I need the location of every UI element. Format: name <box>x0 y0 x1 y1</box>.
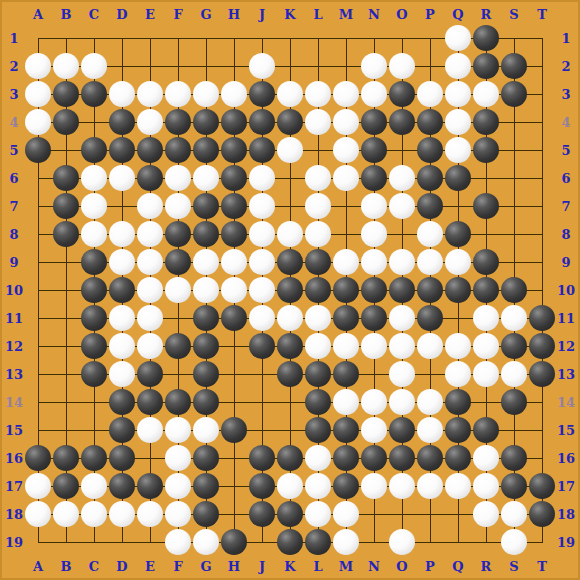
white-stone-C2[interactable] <box>81 53 107 79</box>
empty-point-T10[interactable] <box>529 277 555 303</box>
white-stone-O7[interactable] <box>389 193 415 219</box>
black-stone-C16[interactable] <box>81 445 107 471</box>
white-stone-R16[interactable] <box>473 445 499 471</box>
white-stone-M9[interactable] <box>333 249 359 275</box>
empty-point-R8[interactable] <box>473 221 499 247</box>
empty-point-M2[interactable] <box>333 53 359 79</box>
black-stone-K10[interactable] <box>277 277 303 303</box>
black-stone-K13[interactable] <box>277 361 303 387</box>
black-stone-E17[interactable] <box>137 473 163 499</box>
white-stone-F7[interactable] <box>165 193 191 219</box>
empty-point-A9[interactable] <box>25 249 51 275</box>
empty-point-C15[interactable] <box>81 417 107 443</box>
white-stone-N2[interactable] <box>361 53 387 79</box>
white-stone-Q2[interactable] <box>445 53 471 79</box>
black-stone-C11[interactable] <box>81 305 107 331</box>
white-stone-N8[interactable] <box>361 221 387 247</box>
white-stone-R18[interactable] <box>473 501 499 527</box>
white-stone-O6[interactable] <box>389 165 415 191</box>
empty-point-A12[interactable] <box>25 333 51 359</box>
white-stone-Q9[interactable] <box>445 249 471 275</box>
black-stone-D4[interactable] <box>109 109 135 135</box>
black-stone-H8[interactable] <box>221 221 247 247</box>
black-stone-C10[interactable] <box>81 277 107 303</box>
white-stone-D11[interactable] <box>109 305 135 331</box>
empty-point-B14[interactable] <box>53 389 79 415</box>
black-stone-P10[interactable] <box>417 277 443 303</box>
black-stone-L19[interactable] <box>305 529 331 555</box>
empty-point-H17[interactable] <box>221 473 247 499</box>
black-stone-N5[interactable] <box>361 137 387 163</box>
black-stone-D5[interactable] <box>109 137 135 163</box>
black-stone-L10[interactable] <box>305 277 331 303</box>
white-stone-P14[interactable] <box>417 389 443 415</box>
white-stone-J10[interactable] <box>249 277 275 303</box>
empty-point-O5[interactable] <box>389 137 415 163</box>
empty-point-E2[interactable] <box>137 53 163 79</box>
white-stone-E10[interactable] <box>137 277 163 303</box>
black-stone-P5[interactable] <box>417 137 443 163</box>
empty-point-C4[interactable] <box>81 109 107 135</box>
empty-point-L2[interactable] <box>305 53 331 79</box>
black-stone-K18[interactable] <box>277 501 303 527</box>
white-stone-E18[interactable] <box>137 501 163 527</box>
empty-point-G1[interactable] <box>193 25 219 51</box>
black-stone-H7[interactable] <box>221 193 247 219</box>
black-stone-O4[interactable] <box>389 109 415 135</box>
white-stone-J6[interactable] <box>249 165 275 191</box>
white-stone-P3[interactable] <box>417 81 443 107</box>
white-stone-F15[interactable] <box>165 417 191 443</box>
empty-point-B13[interactable] <box>53 361 79 387</box>
black-stone-N11[interactable] <box>361 305 387 331</box>
white-stone-S13[interactable] <box>501 361 527 387</box>
empty-point-S5[interactable] <box>501 137 527 163</box>
black-stone-S17[interactable] <box>501 473 527 499</box>
white-stone-C17[interactable] <box>81 473 107 499</box>
black-stone-J17[interactable] <box>249 473 275 499</box>
empty-point-A11[interactable] <box>25 305 51 331</box>
black-stone-E6[interactable] <box>137 165 163 191</box>
black-stone-G17[interactable] <box>193 473 219 499</box>
empty-point-K7[interactable] <box>277 193 303 219</box>
empty-point-M8[interactable] <box>333 221 359 247</box>
black-stone-H5[interactable] <box>221 137 247 163</box>
white-stone-K17[interactable] <box>277 473 303 499</box>
empty-point-C1[interactable] <box>81 25 107 51</box>
white-stone-A18[interactable] <box>25 501 51 527</box>
empty-point-T14[interactable] <box>529 389 555 415</box>
white-stone-S18[interactable] <box>501 501 527 527</box>
empty-point-R19[interactable] <box>473 529 499 555</box>
black-stone-N6[interactable] <box>361 165 387 191</box>
black-stone-D10[interactable] <box>109 277 135 303</box>
black-stone-H4[interactable] <box>221 109 247 135</box>
white-stone-F19[interactable] <box>165 529 191 555</box>
empty-point-D7[interactable] <box>109 193 135 219</box>
empty-point-S4[interactable] <box>501 109 527 135</box>
empty-point-O18[interactable] <box>389 501 415 527</box>
empty-point-Q11[interactable] <box>445 305 471 331</box>
black-stone-C5[interactable] <box>81 137 107 163</box>
white-stone-C8[interactable] <box>81 221 107 247</box>
black-stone-L15[interactable] <box>305 417 331 443</box>
black-stone-H15[interactable] <box>221 417 247 443</box>
black-stone-J3[interactable] <box>249 81 275 107</box>
empty-point-B10[interactable] <box>53 277 79 303</box>
black-stone-H6[interactable] <box>221 165 247 191</box>
black-stone-L9[interactable] <box>305 249 331 275</box>
empty-point-E16[interactable] <box>137 445 163 471</box>
empty-point-H18[interactable] <box>221 501 247 527</box>
white-stone-L4[interactable] <box>305 109 331 135</box>
empty-point-R14[interactable] <box>473 389 499 415</box>
empty-point-A10[interactable] <box>25 277 51 303</box>
white-stone-F10[interactable] <box>165 277 191 303</box>
white-stone-S11[interactable] <box>501 305 527 331</box>
black-stone-G11[interactable] <box>193 305 219 331</box>
empty-point-A1[interactable] <box>25 25 51 51</box>
white-stone-O9[interactable] <box>389 249 415 275</box>
empty-point-C19[interactable] <box>81 529 107 555</box>
black-stone-B7[interactable] <box>53 193 79 219</box>
white-stone-H3[interactable] <box>221 81 247 107</box>
black-stone-N4[interactable] <box>361 109 387 135</box>
black-stone-F12[interactable] <box>165 333 191 359</box>
white-stone-Q17[interactable] <box>445 473 471 499</box>
empty-point-T1[interactable] <box>529 25 555 51</box>
black-stone-M13[interactable] <box>333 361 359 387</box>
empty-point-A19[interactable] <box>25 529 51 555</box>
black-stone-G16[interactable] <box>193 445 219 471</box>
white-stone-S19[interactable] <box>501 529 527 555</box>
empty-point-T19[interactable] <box>529 529 555 555</box>
white-stone-D13[interactable] <box>109 361 135 387</box>
white-stone-L7[interactable] <box>305 193 331 219</box>
empty-point-T4[interactable] <box>529 109 555 135</box>
empty-point-N18[interactable] <box>361 501 387 527</box>
white-stone-Q13[interactable] <box>445 361 471 387</box>
black-stone-D17[interactable] <box>109 473 135 499</box>
white-stone-M19[interactable] <box>333 529 359 555</box>
black-stone-M16[interactable] <box>333 445 359 471</box>
white-stone-A17[interactable] <box>25 473 51 499</box>
black-stone-J12[interactable] <box>249 333 275 359</box>
white-stone-L11[interactable] <box>305 305 331 331</box>
white-stone-L8[interactable] <box>305 221 331 247</box>
white-stone-R13[interactable] <box>473 361 499 387</box>
empty-point-D2[interactable] <box>109 53 135 79</box>
black-stone-T13[interactable] <box>529 361 555 387</box>
white-stone-Q3[interactable] <box>445 81 471 107</box>
empty-point-S1[interactable] <box>501 25 527 51</box>
white-stone-G10[interactable] <box>193 277 219 303</box>
empty-point-N19[interactable] <box>361 529 387 555</box>
black-stone-M15[interactable] <box>333 417 359 443</box>
black-stone-D15[interactable] <box>109 417 135 443</box>
empty-point-O1[interactable] <box>389 25 415 51</box>
white-stone-D18[interactable] <box>109 501 135 527</box>
black-stone-R4[interactable] <box>473 109 499 135</box>
black-stone-K9[interactable] <box>277 249 303 275</box>
empty-point-T6[interactable] <box>529 165 555 191</box>
white-stone-O13[interactable] <box>389 361 415 387</box>
black-stone-R5[interactable] <box>473 137 499 163</box>
empty-point-J15[interactable] <box>249 417 275 443</box>
white-stone-O11[interactable] <box>389 305 415 331</box>
black-stone-L14[interactable] <box>305 389 331 415</box>
empty-point-M7[interactable] <box>333 193 359 219</box>
white-stone-G9[interactable] <box>193 249 219 275</box>
black-stone-G5[interactable] <box>193 137 219 163</box>
white-stone-C6[interactable] <box>81 165 107 191</box>
empty-point-P13[interactable] <box>417 361 443 387</box>
empty-point-K15[interactable] <box>277 417 303 443</box>
black-stone-B16[interactable] <box>53 445 79 471</box>
empty-point-N13[interactable] <box>361 361 387 387</box>
empty-point-P1[interactable] <box>417 25 443 51</box>
white-stone-M12[interactable] <box>333 333 359 359</box>
black-stone-R10[interactable] <box>473 277 499 303</box>
white-stone-E3[interactable] <box>137 81 163 107</box>
black-stone-G8[interactable] <box>193 221 219 247</box>
white-stone-E15[interactable] <box>137 417 163 443</box>
white-stone-Q5[interactable] <box>445 137 471 163</box>
empty-point-P2[interactable] <box>417 53 443 79</box>
empty-point-A13[interactable] <box>25 361 51 387</box>
white-stone-E7[interactable] <box>137 193 163 219</box>
white-stone-P12[interactable] <box>417 333 443 359</box>
black-stone-E5[interactable] <box>137 137 163 163</box>
black-stone-P16[interactable] <box>417 445 443 471</box>
empty-point-O8[interactable] <box>389 221 415 247</box>
empty-point-L5[interactable] <box>305 137 331 163</box>
white-stone-A4[interactable] <box>25 109 51 135</box>
empty-point-J13[interactable] <box>249 361 275 387</box>
black-stone-Q14[interactable] <box>445 389 471 415</box>
white-stone-R12[interactable] <box>473 333 499 359</box>
black-stone-O10[interactable] <box>389 277 415 303</box>
empty-point-K14[interactable] <box>277 389 303 415</box>
black-stone-H19[interactable] <box>221 529 247 555</box>
empty-point-F2[interactable] <box>165 53 191 79</box>
white-stone-B2[interactable] <box>53 53 79 79</box>
empty-point-H2[interactable] <box>221 53 247 79</box>
empty-point-K2[interactable] <box>277 53 303 79</box>
black-stone-B8[interactable] <box>53 221 79 247</box>
white-stone-K5[interactable] <box>277 137 303 163</box>
empty-point-K1[interactable] <box>277 25 303 51</box>
black-stone-C13[interactable] <box>81 361 107 387</box>
black-stone-J4[interactable] <box>249 109 275 135</box>
empty-point-Q19[interactable] <box>445 529 471 555</box>
black-stone-J16[interactable] <box>249 445 275 471</box>
black-stone-J5[interactable] <box>249 137 275 163</box>
white-stone-R3[interactable] <box>473 81 499 107</box>
black-stone-B4[interactable] <box>53 109 79 135</box>
white-stone-N14[interactable] <box>361 389 387 415</box>
black-stone-P4[interactable] <box>417 109 443 135</box>
empty-point-A6[interactable] <box>25 165 51 191</box>
white-stone-P17[interactable] <box>417 473 443 499</box>
black-stone-Q6[interactable] <box>445 165 471 191</box>
empty-point-T5[interactable] <box>529 137 555 163</box>
white-stone-N17[interactable] <box>361 473 387 499</box>
black-stone-L13[interactable] <box>305 361 331 387</box>
black-stone-Q16[interactable] <box>445 445 471 471</box>
white-stone-O14[interactable] <box>389 389 415 415</box>
empty-point-C14[interactable] <box>81 389 107 415</box>
empty-point-H13[interactable] <box>221 361 247 387</box>
empty-point-H14[interactable] <box>221 389 247 415</box>
empty-point-T3[interactable] <box>529 81 555 107</box>
black-stone-F9[interactable] <box>165 249 191 275</box>
white-stone-G3[interactable] <box>193 81 219 107</box>
black-stone-N16[interactable] <box>361 445 387 471</box>
black-stone-C9[interactable] <box>81 249 107 275</box>
white-stone-L17[interactable] <box>305 473 331 499</box>
empty-point-G2[interactable] <box>193 53 219 79</box>
black-stone-E13[interactable] <box>137 361 163 387</box>
black-stone-G7[interactable] <box>193 193 219 219</box>
empty-point-F11[interactable] <box>165 305 191 331</box>
white-stone-O12[interactable] <box>389 333 415 359</box>
white-stone-E8[interactable] <box>137 221 163 247</box>
white-stone-O2[interactable] <box>389 53 415 79</box>
white-stone-D6[interactable] <box>109 165 135 191</box>
empty-point-A8[interactable] <box>25 221 51 247</box>
black-stone-S2[interactable] <box>501 53 527 79</box>
empty-point-M1[interactable] <box>333 25 359 51</box>
white-stone-B18[interactable] <box>53 501 79 527</box>
white-stone-D3[interactable] <box>109 81 135 107</box>
white-stone-E4[interactable] <box>137 109 163 135</box>
white-stone-L16[interactable] <box>305 445 331 471</box>
empty-point-E1[interactable] <box>137 25 163 51</box>
white-stone-J7[interactable] <box>249 193 275 219</box>
empty-point-S15[interactable] <box>501 417 527 443</box>
white-stone-Q12[interactable] <box>445 333 471 359</box>
white-stone-P8[interactable] <box>417 221 443 247</box>
empty-point-S7[interactable] <box>501 193 527 219</box>
white-stone-L3[interactable] <box>305 81 331 107</box>
empty-point-T8[interactable] <box>529 221 555 247</box>
empty-point-Q18[interactable] <box>445 501 471 527</box>
black-stone-C12[interactable] <box>81 333 107 359</box>
empty-point-B19[interactable] <box>53 529 79 555</box>
white-stone-O19[interactable] <box>389 529 415 555</box>
empty-point-B5[interactable] <box>53 137 79 163</box>
empty-point-E19[interactable] <box>137 529 163 555</box>
empty-point-A14[interactable] <box>25 389 51 415</box>
white-stone-J8[interactable] <box>249 221 275 247</box>
empty-point-Q7[interactable] <box>445 193 471 219</box>
black-stone-R15[interactable] <box>473 417 499 443</box>
empty-point-B15[interactable] <box>53 417 79 443</box>
empty-point-H12[interactable] <box>221 333 247 359</box>
white-stone-F16[interactable] <box>165 445 191 471</box>
empty-point-K6[interactable] <box>277 165 303 191</box>
white-stone-Q4[interactable] <box>445 109 471 135</box>
black-stone-P6[interactable] <box>417 165 443 191</box>
white-stone-J2[interactable] <box>249 53 275 79</box>
black-stone-T11[interactable] <box>529 305 555 331</box>
black-stone-O16[interactable] <box>389 445 415 471</box>
white-stone-H9[interactable] <box>221 249 247 275</box>
black-stone-E14[interactable] <box>137 389 163 415</box>
white-stone-R11[interactable] <box>473 305 499 331</box>
white-stone-F6[interactable] <box>165 165 191 191</box>
empty-point-F1[interactable] <box>165 25 191 51</box>
white-stone-E9[interactable] <box>137 249 163 275</box>
white-stone-L18[interactable] <box>305 501 331 527</box>
white-stone-D8[interactable] <box>109 221 135 247</box>
empty-point-A7[interactable] <box>25 193 51 219</box>
black-stone-A16[interactable] <box>25 445 51 471</box>
empty-point-S6[interactable] <box>501 165 527 191</box>
black-stone-R1[interactable] <box>473 25 499 51</box>
empty-point-J19[interactable] <box>249 529 275 555</box>
black-stone-F8[interactable] <box>165 221 191 247</box>
empty-point-T2[interactable] <box>529 53 555 79</box>
white-stone-N7[interactable] <box>361 193 387 219</box>
white-stone-O17[interactable] <box>389 473 415 499</box>
black-stone-P7[interactable] <box>417 193 443 219</box>
white-stone-F18[interactable] <box>165 501 191 527</box>
black-stone-F5[interactable] <box>165 137 191 163</box>
black-stone-S10[interactable] <box>501 277 527 303</box>
black-stone-H11[interactable] <box>221 305 247 331</box>
black-stone-J18[interactable] <box>249 501 275 527</box>
white-stone-N9[interactable] <box>361 249 387 275</box>
white-stone-A3[interactable] <box>25 81 51 107</box>
white-stone-M6[interactable] <box>333 165 359 191</box>
white-stone-L6[interactable] <box>305 165 331 191</box>
white-stone-K11[interactable] <box>277 305 303 331</box>
black-stone-G14[interactable] <box>193 389 219 415</box>
white-stone-C18[interactable] <box>81 501 107 527</box>
empty-point-J1[interactable] <box>249 25 275 51</box>
black-stone-R2[interactable] <box>473 53 499 79</box>
white-stone-M14[interactable] <box>333 389 359 415</box>
empty-point-H1[interactable] <box>221 25 247 51</box>
black-stone-B3[interactable] <box>53 81 79 107</box>
empty-point-B12[interactable] <box>53 333 79 359</box>
white-stone-G6[interactable] <box>193 165 219 191</box>
black-stone-A5[interactable] <box>25 137 51 163</box>
empty-point-B9[interactable] <box>53 249 79 275</box>
white-stone-M18[interactable] <box>333 501 359 527</box>
white-stone-E12[interactable] <box>137 333 163 359</box>
black-stone-K19[interactable] <box>277 529 303 555</box>
black-stone-T18[interactable] <box>529 501 555 527</box>
black-stone-G18[interactable] <box>193 501 219 527</box>
black-stone-Q15[interactable] <box>445 417 471 443</box>
black-stone-S16[interactable] <box>501 445 527 471</box>
black-stone-F14[interactable] <box>165 389 191 415</box>
empty-point-N1[interactable] <box>361 25 387 51</box>
black-stone-M10[interactable] <box>333 277 359 303</box>
black-stone-M11[interactable] <box>333 305 359 331</box>
black-stone-R7[interactable] <box>473 193 499 219</box>
empty-point-T16[interactable] <box>529 445 555 471</box>
white-stone-Q1[interactable] <box>445 25 471 51</box>
black-stone-N10[interactable] <box>361 277 387 303</box>
empty-point-B11[interactable] <box>53 305 79 331</box>
white-stone-K3[interactable] <box>277 81 303 107</box>
empty-point-D1[interactable] <box>109 25 135 51</box>
black-stone-K12[interactable] <box>277 333 303 359</box>
